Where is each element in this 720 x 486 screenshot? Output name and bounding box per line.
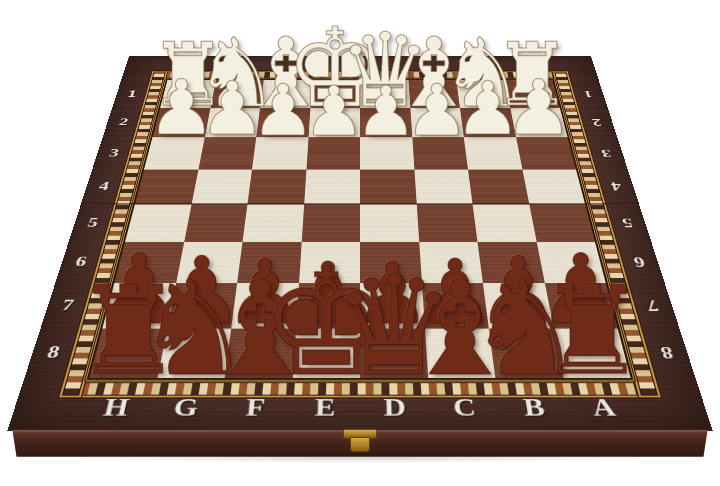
product-photo: 12345678 12345678 HGFEDCBA ♜♞♝♚♛♝♞♜♟♟♟♟♟… <box>0 0 720 486</box>
chess-piece-white-p[interactable]: ♟ <box>505 70 573 146</box>
chess-piece-red-r[interactable]: ♜ <box>537 270 647 392</box>
pieces-layer: ♜♞♝♚♛♝♞♜♟♟♟♟♟♟♟♟♟♟♟♟♟♟♟♟♜♞♝♚♛♝♞♜ <box>0 0 720 486</box>
